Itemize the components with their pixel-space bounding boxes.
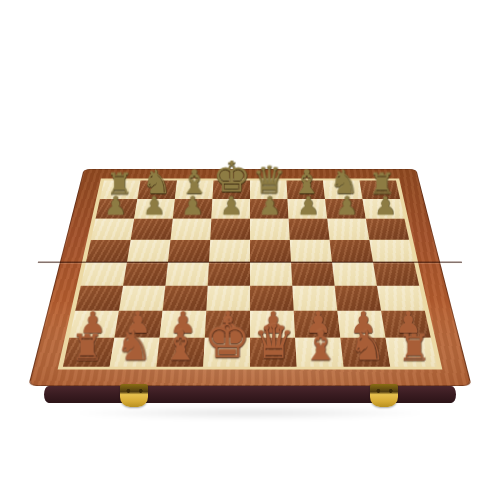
square-d1: ♚ xyxy=(203,338,250,367)
square-g6 xyxy=(327,219,369,240)
square-e4 xyxy=(250,262,292,286)
square-b5 xyxy=(127,240,170,262)
chess-set-photo: ♜♞♝♚♛♝♞♜♟♟♟♟♟♟♟♟♟♟♟♟♟♟♟♟♜♞♝♚♛♝♞♜ xyxy=(0,0,500,494)
square-h6 xyxy=(366,219,409,240)
square-a7: ♟ xyxy=(96,199,138,219)
square-b1: ♞ xyxy=(110,338,160,367)
square-h4 xyxy=(373,262,419,286)
square-b4 xyxy=(123,262,168,286)
piece-brass-pawn: ♟ xyxy=(219,194,242,218)
piece-brass-pawn: ♟ xyxy=(374,194,397,218)
square-d4 xyxy=(208,262,250,286)
piece-brass-pawn: ♟ xyxy=(181,194,204,218)
brass-latch-right xyxy=(370,384,398,407)
square-g1: ♞ xyxy=(340,338,390,367)
square-c7: ♟ xyxy=(173,199,213,219)
square-f4 xyxy=(291,262,335,286)
square-e1: ♛ xyxy=(250,338,297,367)
piece-brass-pawn: ♟ xyxy=(258,194,281,218)
square-a6 xyxy=(91,219,134,240)
board-inner-border: ♜♞♝♚♛♝♞♜♟♟♟♟♟♟♟♟♟♟♟♟♟♟♟♟♜♞♝♚♛♝♞♜ xyxy=(58,179,443,370)
piece-brass-pawn: ♟ xyxy=(104,194,127,218)
square-f6 xyxy=(289,219,330,240)
brass-latch-left xyxy=(120,384,148,407)
piece-brass-pawn: ♟ xyxy=(142,194,165,218)
square-c5 xyxy=(168,240,210,262)
chess-board-3d: ♜♞♝♚♛♝♞♜♟♟♟♟♟♟♟♟♟♟♟♟♟♟♟♟♜♞♝♚♛♝♞♜ xyxy=(28,169,472,386)
square-d6 xyxy=(210,219,250,240)
piece-copper-knight: ♞ xyxy=(115,326,152,365)
square-e7: ♟ xyxy=(250,199,289,219)
square-e5 xyxy=(250,240,291,262)
board-wood-frame: ♜♞♝♚♛♝♞♜♟♟♟♟♟♟♟♟♟♟♟♟♟♟♟♟♜♞♝♚♛♝♞♜ xyxy=(28,169,472,386)
square-b6 xyxy=(131,219,173,240)
square-a4 xyxy=(81,262,127,286)
square-g5 xyxy=(330,240,373,262)
square-e6 xyxy=(250,219,290,240)
piece-copper-bishop: ♝ xyxy=(302,326,339,365)
piece-brass-pawn: ♟ xyxy=(296,194,319,218)
chess-grid: ♜♞♝♚♛♝♞♜♟♟♟♟♟♟♟♟♟♟♟♟♟♟♟♟♜♞♝♚♛♝♞♜ xyxy=(63,180,437,366)
piece-copper-rook: ♜ xyxy=(397,331,430,366)
piece-copper-knight: ♞ xyxy=(348,326,385,365)
square-f5 xyxy=(290,240,332,262)
square-d7: ♟ xyxy=(211,199,250,219)
piece-copper-king: ♚ xyxy=(203,315,250,365)
piece-copper-bishop: ♝ xyxy=(162,326,199,365)
square-a5 xyxy=(86,240,131,262)
square-h7: ♟ xyxy=(363,199,405,219)
piece-brass-pawn: ♟ xyxy=(335,194,358,218)
square-c6 xyxy=(170,219,211,240)
board-shadow xyxy=(70,406,430,420)
square-b7: ♟ xyxy=(134,199,175,219)
square-f1: ♝ xyxy=(295,338,343,367)
square-h5 xyxy=(369,240,414,262)
square-c4 xyxy=(165,262,209,286)
square-a1: ♜ xyxy=(63,338,115,367)
square-g4 xyxy=(332,262,377,286)
piece-copper-rook: ♜ xyxy=(70,331,103,366)
square-d5 xyxy=(209,240,250,262)
square-g7: ♟ xyxy=(325,199,366,219)
square-h1: ♜ xyxy=(386,338,438,367)
square-f7: ♟ xyxy=(288,199,328,219)
piece-copper-queen: ♛ xyxy=(252,321,294,365)
square-c1: ♝ xyxy=(156,338,204,367)
